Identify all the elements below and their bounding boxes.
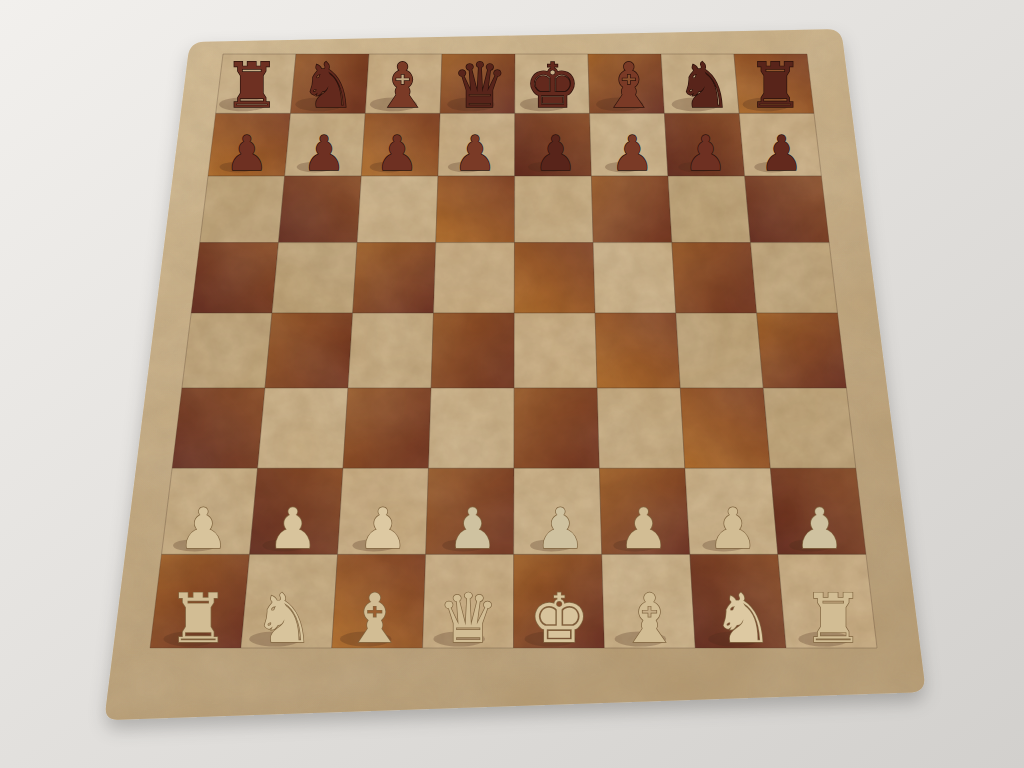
piece-cream-pawn-c2[interactable]: ♟ (358, 496, 408, 561)
piece-red-pawn-b7[interactable]: ♟ (302, 125, 345, 181)
piece-cream-pawn-h2[interactable]: ♟ (794, 496, 844, 561)
piece-red-knight-b8[interactable]: ♞ (300, 49, 356, 122)
piece-cream-pawn-b2[interactable]: ♟ (268, 496, 318, 561)
piece-cream-pawn-g2[interactable]: ♟ (708, 496, 758, 561)
piece-red-bishop-c8[interactable]: ♝ (375, 49, 431, 122)
chess-photo-scene: ♜♞♝♛♚♝♞♜♟♟♟♟♟♟♟♟♟♟♟♟♟♟♟♟♜♞♝♛♚♝♞♜ (0, 0, 1024, 768)
piece-cream-knight-b1[interactable]: ♞ (254, 579, 315, 658)
piece-red-king-e8[interactable]: ♚ (525, 49, 581, 122)
piece-red-pawn-g7[interactable]: ♟ (684, 125, 727, 181)
piece-red-knight-g8[interactable]: ♞ (677, 49, 733, 122)
piece-cream-pawn-f2[interactable]: ♟ (619, 496, 669, 561)
piece-cream-rook-h1[interactable]: ♜ (803, 579, 864, 658)
piece-cream-bishop-f1[interactable]: ♝ (619, 579, 680, 658)
photo-stage: ♜♞♝♛♚♝♞♜♟♟♟♟♟♟♟♟♟♟♟♟♟♟♟♟♜♞♝♛♚♝♞♜ (0, 0, 1024, 768)
piece-red-pawn-c7[interactable]: ♟ (375, 125, 418, 181)
piece-cream-king-e1[interactable]: ♚ (529, 579, 590, 658)
piece-cream-knight-g1[interactable]: ♞ (713, 579, 774, 658)
piece-cream-pawn-d2[interactable]: ♟ (447, 496, 497, 561)
piece-red-pawn-h7[interactable]: ♟ (760, 125, 803, 181)
piece-red-queen-d8[interactable]: ♛ (452, 49, 508, 122)
piece-red-rook-a8[interactable]: ♜ (224, 49, 280, 122)
piece-red-rook-h8[interactable]: ♜ (748, 49, 804, 122)
piece-red-bishop-f8[interactable]: ♝ (601, 49, 657, 122)
piece-red-pawn-f7[interactable]: ♟ (611, 125, 654, 181)
piece-cream-rook-a1[interactable]: ♜ (168, 579, 229, 658)
piece-cream-bishop-c1[interactable]: ♝ (344, 579, 405, 658)
piece-red-pawn-d7[interactable]: ♟ (453, 125, 496, 181)
piece-cream-pawn-a2[interactable]: ♟ (178, 496, 228, 561)
piece-cream-queen-d1[interactable]: ♛ (438, 579, 499, 658)
piece-red-pawn-a7[interactable]: ♟ (225, 125, 268, 181)
piece-cream-pawn-e2[interactable]: ♟ (535, 496, 585, 561)
piece-red-pawn-e7[interactable]: ♟ (534, 125, 577, 181)
